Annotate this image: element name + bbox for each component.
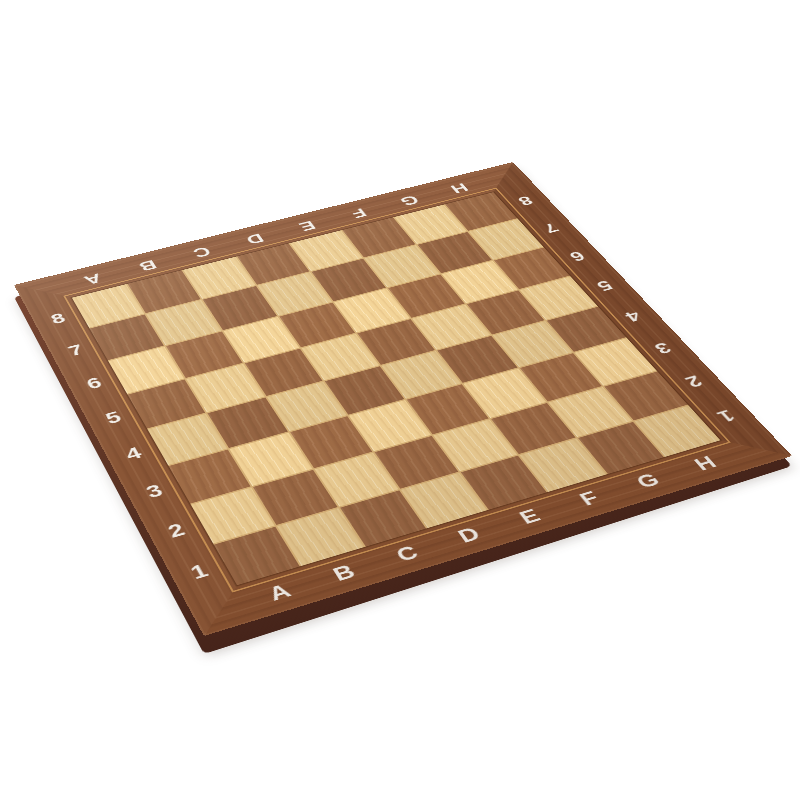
product-photo-stage: AA88BB77CC66DD55EE44FF33GG22HH11 — [0, 0, 800, 800]
chessboard: AA88BB77CC66DD55EE44FF33GG22HH11 — [14, 162, 792, 636]
